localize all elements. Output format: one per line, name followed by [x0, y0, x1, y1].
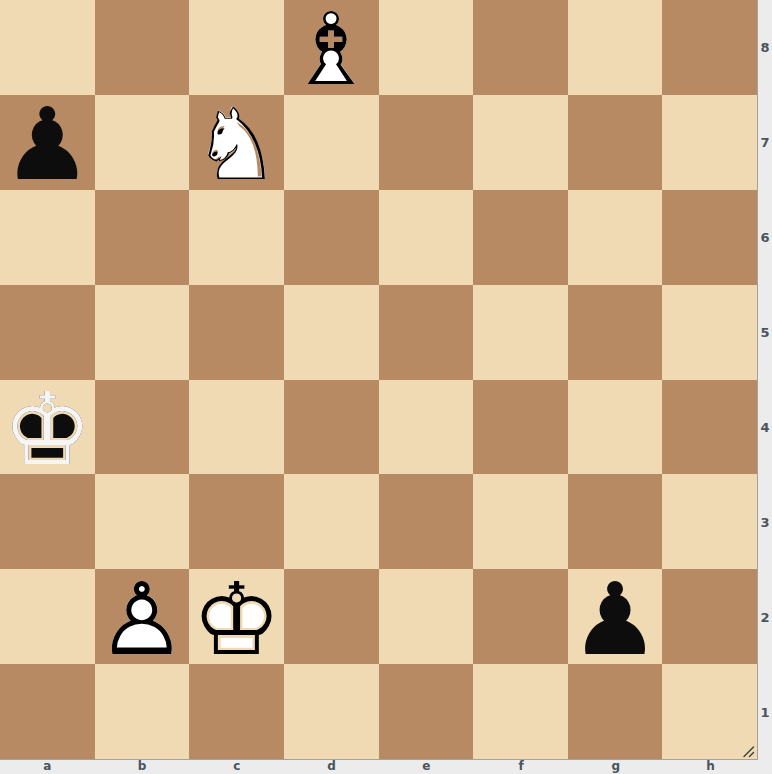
white-king[interactable]: ♚♔	[189, 569, 284, 664]
square-d8[interactable]: ♝♗	[284, 0, 379, 95]
square-h2[interactable]	[662, 569, 757, 664]
white-pawn[interactable]: ♟♙	[95, 569, 190, 664]
rank-label-4: 4	[758, 380, 772, 475]
square-g8[interactable]	[568, 0, 663, 95]
file-label-g: g	[569, 760, 664, 774]
black-pawn-glyph: ♟	[0, 98, 95, 193]
square-e1[interactable]	[379, 664, 474, 759]
square-b5[interactable]	[95, 285, 190, 380]
square-b3[interactable]	[95, 474, 190, 569]
square-d4[interactable]	[284, 380, 379, 475]
rank-label-7: 7	[758, 95, 772, 190]
square-a1[interactable]	[0, 664, 95, 759]
file-label-b: b	[95, 760, 190, 774]
square-g3[interactable]	[568, 474, 663, 569]
square-c7[interactable]: ♞♘	[189, 95, 284, 190]
square-a6[interactable]	[0, 190, 95, 285]
square-f7[interactable]	[473, 95, 568, 190]
square-d2[interactable]	[284, 569, 379, 664]
white-knight-glyph: ♘	[189, 98, 284, 193]
white-bishop[interactable]: ♝♗	[284, 0, 379, 95]
square-a2[interactable]	[0, 569, 95, 664]
file-label-c: c	[190, 760, 285, 774]
white-king-glyph: ♔	[189, 572, 284, 667]
square-e4[interactable]	[379, 380, 474, 475]
square-h8[interactable]	[662, 0, 757, 95]
file-coordinates: abcdefgh	[0, 760, 758, 774]
square-e3[interactable]	[379, 474, 474, 569]
file-label-f: f	[474, 760, 569, 774]
rank-label-3: 3	[758, 475, 772, 570]
square-e8[interactable]	[379, 0, 474, 95]
square-a3[interactable]	[0, 474, 95, 569]
square-c2[interactable]: ♚♔	[189, 569, 284, 664]
square-c3[interactable]	[189, 474, 284, 569]
resize-grip-icon[interactable]	[741, 743, 755, 757]
square-b8[interactable]	[95, 0, 190, 95]
rank-label-1: 1	[758, 665, 772, 760]
black-king[interactable]: ♚♔	[0, 380, 95, 475]
square-f5[interactable]	[473, 285, 568, 380]
chessboard[interactable]: ♝♗♟♞♘♚♔♟♙♚♔♟	[0, 0, 758, 760]
file-label-a: a	[0, 760, 95, 774]
square-e2[interactable]	[379, 569, 474, 664]
square-a5[interactable]	[0, 285, 95, 380]
square-c6[interactable]	[189, 190, 284, 285]
square-f4[interactable]	[473, 380, 568, 475]
square-f3[interactable]	[473, 474, 568, 569]
square-d5[interactable]	[284, 285, 379, 380]
square-f2[interactable]	[473, 569, 568, 664]
square-e7[interactable]	[379, 95, 474, 190]
rank-label-8: 8	[758, 0, 772, 95]
square-g7[interactable]	[568, 95, 663, 190]
square-g5[interactable]	[568, 285, 663, 380]
square-c8[interactable]	[189, 0, 284, 95]
square-b6[interactable]	[95, 190, 190, 285]
black-pawn[interactable]: ♟	[568, 569, 663, 664]
square-e5[interactable]	[379, 285, 474, 380]
square-d1[interactable]	[284, 664, 379, 759]
rank-label-5: 5	[758, 285, 772, 380]
square-b1[interactable]	[95, 664, 190, 759]
square-b4[interactable]	[95, 380, 190, 475]
white-pawn-glyph: ♙	[95, 572, 190, 667]
square-h6[interactable]	[662, 190, 757, 285]
square-g1[interactable]	[568, 664, 663, 759]
rank-label-6: 6	[758, 190, 772, 285]
black-pawn[interactable]: ♟	[0, 95, 95, 190]
square-d6[interactable]	[284, 190, 379, 285]
square-b7[interactable]	[95, 95, 190, 190]
square-c1[interactable]	[189, 664, 284, 759]
square-d3[interactable]	[284, 474, 379, 569]
chess-gui-window: ♝♗♟♞♘♚♔♟♙♚♔♟ 87654321 abcdefgh	[0, 0, 772, 774]
black-king-glyph: ♔	[0, 383, 95, 478]
square-a8[interactable]	[0, 0, 95, 95]
square-e6[interactable]	[379, 190, 474, 285]
square-g6[interactable]	[568, 190, 663, 285]
square-h5[interactable]	[662, 285, 757, 380]
square-g4[interactable]	[568, 380, 663, 475]
white-knight[interactable]: ♞♘	[189, 95, 284, 190]
rank-coordinates: 87654321	[758, 0, 772, 760]
square-c4[interactable]	[189, 380, 284, 475]
square-f1[interactable]	[473, 664, 568, 759]
file-label-d: d	[284, 760, 379, 774]
file-label-e: e	[379, 760, 474, 774]
white-bishop-glyph: ♗	[284, 3, 379, 98]
rank-label-2: 2	[758, 570, 772, 665]
square-a7[interactable]: ♟	[0, 95, 95, 190]
square-f8[interactable]	[473, 0, 568, 95]
square-g2[interactable]: ♟	[568, 569, 663, 664]
black-pawn-glyph: ♟	[568, 572, 663, 667]
square-d7[interactable]	[284, 95, 379, 190]
square-h3[interactable]	[662, 474, 757, 569]
square-b2[interactable]: ♟♙	[95, 569, 190, 664]
file-label-h: h	[663, 760, 758, 774]
square-h7[interactable]	[662, 95, 757, 190]
square-a4[interactable]: ♚♔	[0, 380, 95, 475]
square-f6[interactable]	[473, 190, 568, 285]
square-h4[interactable]	[662, 380, 757, 475]
square-c5[interactable]	[189, 285, 284, 380]
